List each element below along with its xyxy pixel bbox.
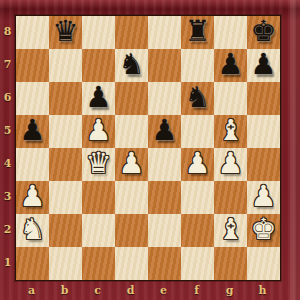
square-g1[interactable] — [214, 247, 247, 280]
square-d8[interactable] — [115, 16, 148, 49]
file-label-e: e — [147, 281, 180, 299]
black-pawn-piece[interactable]: ♟ — [86, 81, 112, 114]
file-label-b: b — [48, 281, 81, 299]
square-g2[interactable]: ♝ — [214, 214, 247, 247]
rank-label-3: 3 — [0, 180, 15, 213]
square-b7[interactable] — [49, 49, 82, 82]
black-rook-piece[interactable]: ♜ — [185, 15, 211, 48]
black-pawn-piece[interactable]: ♟ — [251, 48, 277, 81]
square-h5[interactable] — [247, 115, 280, 148]
square-a6[interactable] — [16, 82, 49, 115]
rank-label-6: 6 — [0, 81, 15, 114]
square-c7[interactable] — [82, 49, 115, 82]
square-g3[interactable] — [214, 181, 247, 214]
square-e8[interactable] — [148, 16, 181, 49]
black-knight-piece[interactable]: ♞ — [185, 81, 211, 114]
square-d5[interactable] — [115, 115, 148, 148]
square-c2[interactable] — [82, 214, 115, 247]
square-f7[interactable] — [181, 49, 214, 82]
rank-label-4: 4 — [0, 147, 15, 180]
square-b3[interactable] — [49, 181, 82, 214]
square-g4[interactable]: ♟ — [214, 148, 247, 181]
square-e5[interactable]: ♟ — [148, 115, 181, 148]
square-c8[interactable] — [82, 16, 115, 49]
black-queen-piece[interactable]: ♛ — [53, 15, 79, 48]
square-d2[interactable] — [115, 214, 148, 247]
rank-label-2: 2 — [0, 213, 15, 246]
square-e1[interactable] — [148, 247, 181, 280]
square-d6[interactable] — [115, 82, 148, 115]
black-pawn-piece[interactable]: ♟ — [152, 114, 178, 147]
white-knight-piece[interactable]: ♞ — [20, 213, 46, 246]
square-b2[interactable] — [49, 214, 82, 247]
square-c6[interactable]: ♟ — [82, 82, 115, 115]
file-label-f: f — [180, 281, 213, 299]
white-bishop-piece[interactable]: ♝ — [218, 114, 244, 147]
square-d7[interactable]: ♞ — [115, 49, 148, 82]
square-c3[interactable] — [82, 181, 115, 214]
white-pawn-piece[interactable]: ♟ — [119, 147, 145, 180]
square-a4[interactable] — [16, 148, 49, 181]
file-label-a: a — [15, 281, 48, 299]
square-f8[interactable]: ♜ — [181, 16, 214, 49]
white-pawn-piece[interactable]: ♟ — [86, 114, 112, 147]
file-label-g: g — [213, 281, 246, 299]
square-d3[interactable] — [115, 181, 148, 214]
square-h1[interactable] — [247, 247, 280, 280]
black-knight-piece[interactable]: ♞ — [119, 48, 145, 81]
square-c5[interactable]: ♟ — [82, 115, 115, 148]
black-king-piece[interactable]: ♚ — [251, 15, 277, 48]
chessboard-app: ♛♜♚♞♟♟♟♞♟♟♟♝♛♟♟♟♟♟♞♝♚ 87654321abcdefgh — [0, 0, 300, 300]
square-e4[interactable] — [148, 148, 181, 181]
square-b1[interactable] — [49, 247, 82, 280]
square-a3[interactable]: ♟ — [16, 181, 49, 214]
square-c1[interactable] — [82, 247, 115, 280]
square-g8[interactable] — [214, 16, 247, 49]
black-pawn-piece[interactable]: ♟ — [218, 48, 244, 81]
white-queen-piece[interactable]: ♛ — [86, 147, 112, 180]
square-a1[interactable] — [16, 247, 49, 280]
rank-label-7: 7 — [0, 48, 15, 81]
square-b8[interactable]: ♛ — [49, 16, 82, 49]
white-pawn-piece[interactable]: ♟ — [251, 180, 277, 213]
square-b4[interactable] — [49, 148, 82, 181]
square-g5[interactable]: ♝ — [214, 115, 247, 148]
square-a7[interactable] — [16, 49, 49, 82]
file-label-h: h — [246, 281, 279, 299]
square-h8[interactable]: ♚ — [247, 16, 280, 49]
square-e3[interactable] — [148, 181, 181, 214]
square-b5[interactable] — [49, 115, 82, 148]
rank-label-8: 8 — [0, 15, 15, 48]
rank-label-5: 5 — [0, 114, 15, 147]
square-f3[interactable] — [181, 181, 214, 214]
square-h7[interactable]: ♟ — [247, 49, 280, 82]
rank-label-1: 1 — [0, 246, 15, 279]
square-e7[interactable] — [148, 49, 181, 82]
file-label-c: c — [81, 281, 114, 299]
square-h3[interactable]: ♟ — [247, 181, 280, 214]
chess-board: ♛♜♚♞♟♟♟♞♟♟♟♝♛♟♟♟♟♟♞♝♚ — [15, 15, 281, 281]
square-f2[interactable] — [181, 214, 214, 247]
square-h6[interactable] — [247, 82, 280, 115]
square-d4[interactable]: ♟ — [115, 148, 148, 181]
square-d1[interactable] — [115, 247, 148, 280]
square-h4[interactable] — [247, 148, 280, 181]
square-f5[interactable] — [181, 115, 214, 148]
square-f4[interactable]: ♟ — [181, 148, 214, 181]
square-f1[interactable] — [181, 247, 214, 280]
square-c4[interactable]: ♛ — [82, 148, 115, 181]
square-g7[interactable]: ♟ — [214, 49, 247, 82]
square-f6[interactable]: ♞ — [181, 82, 214, 115]
square-e2[interactable] — [148, 214, 181, 247]
square-g6[interactable] — [214, 82, 247, 115]
square-a5[interactable]: ♟ — [16, 115, 49, 148]
white-pawn-piece[interactable]: ♟ — [185, 147, 211, 180]
square-a2[interactable]: ♞ — [16, 214, 49, 247]
white-king-piece[interactable]: ♚ — [251, 213, 277, 246]
square-h2[interactable]: ♚ — [247, 214, 280, 247]
black-pawn-piece[interactable]: ♟ — [20, 114, 46, 147]
square-e6[interactable] — [148, 82, 181, 115]
file-label-d: d — [114, 281, 147, 299]
square-a8[interactable] — [16, 16, 49, 49]
white-pawn-piece[interactable]: ♟ — [20, 180, 46, 213]
white-pawn-piece[interactable]: ♟ — [218, 147, 244, 180]
white-bishop-piece[interactable]: ♝ — [218, 213, 244, 246]
square-b6[interactable] — [49, 82, 82, 115]
